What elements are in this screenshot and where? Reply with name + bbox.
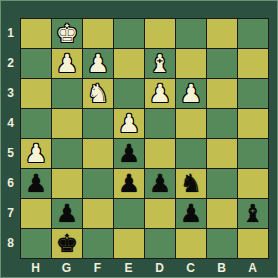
board-frame: 12345678 ♚♟♟♝♞♟♟♟♟♟♟♟♟♞♟♟♝♚ HGFEDCBA — [0, 0, 278, 278]
square-e4[interactable]: ♟ — [114, 109, 144, 138]
square-d2[interactable]: ♝ — [145, 49, 175, 78]
square-b2[interactable] — [207, 49, 237, 78]
square-d6[interactable]: ♟ — [145, 169, 175, 198]
square-a3[interactable] — [238, 79, 268, 108]
white-bishop-d2[interactable]: ♝ — [149, 49, 171, 78]
rank-label-2: 2 — [1, 48, 20, 78]
white-pawn-e4[interactable]: ♟ — [118, 109, 140, 138]
file-label-a: A — [237, 259, 268, 276]
square-g8[interactable]: ♚ — [52, 229, 82, 258]
square-a6[interactable] — [238, 169, 268, 198]
square-g2[interactable]: ♟ — [52, 49, 82, 78]
square-c3[interactable]: ♟ — [176, 79, 206, 108]
square-d5[interactable] — [145, 139, 175, 168]
square-c7[interactable]: ♟ — [176, 199, 206, 228]
square-d3[interactable]: ♟ — [145, 79, 175, 108]
square-h6[interactable]: ♟ — [21, 169, 51, 198]
rank-label-5: 5 — [1, 138, 20, 168]
square-f3[interactable]: ♞ — [83, 79, 113, 108]
white-knight-f3[interactable]: ♞ — [87, 79, 109, 108]
square-g3[interactable] — [52, 79, 82, 108]
file-labels: HGFEDCBA — [20, 259, 268, 276]
square-e6[interactable]: ♟ — [114, 169, 144, 198]
rank-label-3: 3 — [1, 78, 20, 108]
square-h4[interactable] — [21, 109, 51, 138]
black-pawn-c7[interactable]: ♟ — [180, 199, 202, 228]
square-d8[interactable] — [145, 229, 175, 258]
square-h8[interactable] — [21, 229, 51, 258]
square-c1[interactable] — [176, 19, 206, 48]
file-label-e: E — [113, 259, 144, 276]
square-a1[interactable] — [238, 19, 268, 48]
square-c4[interactable] — [176, 109, 206, 138]
black-pawn-e5[interactable]: ♟ — [118, 139, 140, 168]
black-knight-c6[interactable]: ♞ — [180, 169, 202, 198]
square-b1[interactable] — [207, 19, 237, 48]
square-a5[interactable] — [238, 139, 268, 168]
square-f6[interactable] — [83, 169, 113, 198]
black-pawn-h6[interactable]: ♟ — [25, 169, 47, 198]
square-f7[interactable] — [83, 199, 113, 228]
square-h2[interactable] — [21, 49, 51, 78]
square-f5[interactable] — [83, 139, 113, 168]
white-king-g1[interactable]: ♚ — [56, 19, 78, 48]
file-label-h: H — [20, 259, 51, 276]
square-h5[interactable]: ♟ — [21, 139, 51, 168]
square-c5[interactable] — [176, 139, 206, 168]
rank-labels: 12345678 — [1, 18, 20, 258]
file-label-f: F — [82, 259, 113, 276]
square-d1[interactable] — [145, 19, 175, 48]
black-pawn-d6[interactable]: ♟ — [149, 169, 171, 198]
square-g4[interactable] — [52, 109, 82, 138]
square-b8[interactable] — [207, 229, 237, 258]
rank-label-8: 8 — [1, 228, 20, 258]
square-a2[interactable] — [238, 49, 268, 78]
white-pawn-h5[interactable]: ♟ — [25, 139, 47, 168]
white-pawn-c3[interactable]: ♟ — [180, 79, 202, 108]
square-g1[interactable]: ♚ — [52, 19, 82, 48]
square-f1[interactable] — [83, 19, 113, 48]
square-b6[interactable] — [207, 169, 237, 198]
square-f2[interactable]: ♟ — [83, 49, 113, 78]
square-b5[interactable] — [207, 139, 237, 168]
square-f8[interactable] — [83, 229, 113, 258]
rank-label-7: 7 — [1, 198, 20, 228]
white-pawn-f2[interactable]: ♟ — [87, 49, 109, 78]
square-a7[interactable]: ♝ — [238, 199, 268, 228]
square-c8[interactable] — [176, 229, 206, 258]
file-label-d: D — [144, 259, 175, 276]
square-e7[interactable] — [114, 199, 144, 228]
square-c2[interactable] — [176, 49, 206, 78]
square-a4[interactable] — [238, 109, 268, 138]
white-pawn-g2[interactable]: ♟ — [56, 49, 78, 78]
square-b7[interactable] — [207, 199, 237, 228]
black-king-g8[interactable]: ♚ — [56, 229, 78, 258]
square-h1[interactable] — [21, 19, 51, 48]
black-pawn-g7[interactable]: ♟ — [56, 199, 78, 228]
square-c6[interactable]: ♞ — [176, 169, 206, 198]
square-a8[interactable] — [238, 229, 268, 258]
square-h3[interactable] — [21, 79, 51, 108]
file-label-c: C — [175, 259, 206, 276]
square-e2[interactable] — [114, 49, 144, 78]
rank-label-4: 4 — [1, 108, 20, 138]
square-d7[interactable] — [145, 199, 175, 228]
square-e3[interactable] — [114, 79, 144, 108]
square-e5[interactable]: ♟ — [114, 139, 144, 168]
square-b3[interactable] — [207, 79, 237, 108]
square-b4[interactable] — [207, 109, 237, 138]
rank-label-1: 1 — [1, 18, 20, 48]
square-g5[interactable] — [52, 139, 82, 168]
square-h7[interactable] — [21, 199, 51, 228]
black-bishop-a7[interactable]: ♝ — [242, 199, 264, 228]
file-label-b: B — [206, 259, 237, 276]
square-g7[interactable]: ♟ — [52, 199, 82, 228]
square-g6[interactable] — [52, 169, 82, 198]
file-label-g: G — [51, 259, 82, 276]
square-e8[interactable] — [114, 229, 144, 258]
black-pawn-e6[interactable]: ♟ — [118, 169, 140, 198]
square-f4[interactable] — [83, 109, 113, 138]
square-d4[interactable] — [145, 109, 175, 138]
white-pawn-d3[interactable]: ♟ — [149, 79, 171, 108]
rank-label-6: 6 — [1, 168, 20, 198]
chess-board: ♚♟♟♝♞♟♟♟♟♟♟♟♟♞♟♟♝♚ — [20, 18, 269, 259]
square-e1[interactable] — [114, 19, 144, 48]
